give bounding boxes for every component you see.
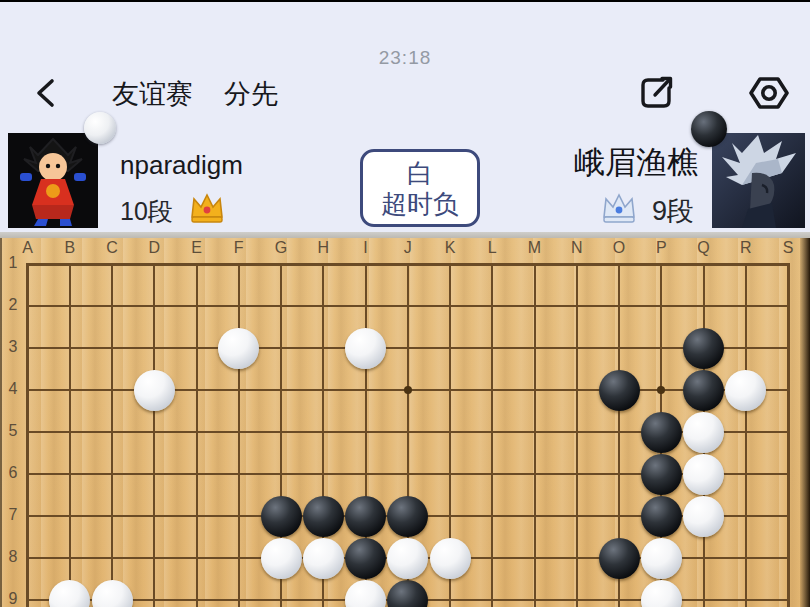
grid-vline-L: [491, 264, 493, 607]
stone-white-I3: [345, 328, 386, 369]
stone-white-D4: [134, 370, 175, 411]
stone-white-B9: [49, 580, 90, 607]
coord-letter-F: F: [228, 239, 250, 257]
settings-icon: [748, 72, 790, 114]
coord-letter-N: N: [566, 239, 588, 257]
grid-vline-N: [576, 264, 578, 607]
stone-white-K8: [430, 538, 471, 579]
stone-white-Q6: [683, 454, 724, 495]
grid-vline-S: [787, 264, 790, 607]
right-player-avatar[interactable]: [712, 133, 805, 228]
stone-black-J9: [387, 580, 428, 607]
gold-crown-icon: [188, 191, 226, 225]
star-point-J4: [404, 386, 412, 394]
left-player-rank: 10段: [120, 195, 173, 228]
left-avatar-art: [8, 133, 98, 228]
coord-letter-M: M: [524, 239, 546, 257]
coord-letter-L: L: [481, 239, 503, 257]
stone-black-Q4: [683, 370, 724, 411]
stone-white-C9: [92, 580, 133, 607]
grid-vline-M: [534, 264, 536, 607]
coord-number-7: 7: [2, 506, 24, 524]
stone-black-P6: [641, 454, 682, 495]
app-screen: 23:18 友谊赛 分先: [0, 0, 810, 607]
result-line-reason: 超时负: [363, 188, 477, 220]
coord-letter-K: K: [439, 239, 461, 257]
coord-letter-G: G: [270, 239, 292, 257]
grid-vline-R: [745, 264, 747, 607]
stone-black-P5: [641, 412, 682, 453]
chevron-left-icon: [34, 78, 58, 108]
coord-number-9: 9: [2, 590, 24, 607]
right-avatar-art: [712, 133, 805, 228]
coord-letter-Q: Q: [693, 239, 715, 257]
stone-black-I8: [345, 538, 386, 579]
board-right-edge: [800, 238, 810, 607]
coord-letter-R: R: [735, 239, 757, 257]
coord-number-6: 6: [2, 464, 24, 482]
stone-black-P7: [641, 496, 682, 537]
coord-letter-S: S: [777, 239, 799, 257]
coord-letter-J: J: [397, 239, 419, 257]
coord-letter-H: H: [312, 239, 334, 257]
stone-black-Q3: [683, 328, 724, 369]
grid-vline-B: [69, 264, 71, 607]
coord-number-8: 8: [2, 548, 24, 566]
coord-number-1: 1: [2, 254, 24, 272]
grid-vline-C: [111, 264, 113, 607]
coord-letter-D: D: [143, 239, 165, 257]
left-player-avatar[interactable]: [8, 133, 98, 228]
coord-number-4: 4: [2, 380, 24, 398]
stone-white-P8: [641, 538, 682, 579]
coord-number-5: 5: [2, 422, 24, 440]
star-point-P4: [657, 386, 665, 394]
stone-black-O8: [599, 538, 640, 579]
right-player-name: 峨眉渔樵: [574, 142, 698, 184]
grid-hline-1: [26, 263, 790, 266]
game-result-badge: 白 超时负: [360, 149, 480, 227]
stone-white-P9: [641, 580, 682, 607]
grid-hline-3: [26, 347, 790, 349]
screen-top-edge: [0, 0, 810, 2]
coord-letter-O: O: [608, 239, 630, 257]
share-button[interactable]: [636, 72, 678, 114]
stone-white-J8: [387, 538, 428, 579]
grid-vline-D: [153, 264, 155, 607]
stone-white-R4: [725, 370, 766, 411]
stone-white-G8: [261, 538, 302, 579]
right-player-color-stone: [691, 111, 727, 147]
stone-white-H8: [303, 538, 344, 579]
result-line-color: 白: [363, 158, 477, 188]
share-icon: [636, 72, 678, 114]
coord-letter-P: P: [650, 239, 672, 257]
grid-vline-A: [26, 264, 29, 607]
stone-black-H7: [303, 496, 344, 537]
right-player-rank: 9段: [652, 193, 694, 229]
coord-letter-E: E: [186, 239, 208, 257]
coord-letter-B: B: [59, 239, 81, 257]
status-bar-clock: 23:18: [0, 47, 810, 69]
stone-white-F3: [218, 328, 259, 369]
stone-white-I9: [345, 580, 386, 607]
grid-vline-E: [196, 264, 198, 607]
silver-crown-icon: [600, 191, 638, 225]
match-type-label: 友谊赛: [112, 76, 193, 112]
stone-black-G7: [261, 496, 302, 537]
coord-letter-C: C: [101, 239, 123, 257]
handicap-label: 分先: [224, 76, 278, 112]
stone-white-Q7: [683, 496, 724, 537]
stone-black-O4: [599, 370, 640, 411]
coord-letter-I: I: [355, 239, 377, 257]
coord-number-2: 2: [2, 296, 24, 314]
left-player-color-stone: [84, 112, 116, 144]
go-board[interactable]: ABCDEFGHIJKLMNOPQRS123456789: [0, 238, 810, 607]
coord-number-3: 3: [2, 338, 24, 356]
left-player-name: nparadigm: [120, 150, 243, 181]
grid-vline-F: [238, 264, 240, 607]
stone-white-Q5: [683, 412, 724, 453]
back-button[interactable]: [34, 78, 58, 108]
settings-button[interactable]: [748, 72, 790, 114]
stone-black-I7: [345, 496, 386, 537]
stone-black-J7: [387, 496, 428, 537]
grid-hline-2: [26, 305, 790, 307]
